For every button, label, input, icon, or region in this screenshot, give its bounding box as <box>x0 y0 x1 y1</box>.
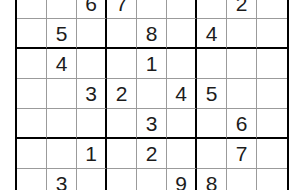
sudoku-cell-r6c3[interactable] <box>77 109 107 139</box>
sudoku-cell-r6c6[interactable] <box>167 109 197 139</box>
sudoku-cell-r4c8[interactable] <box>227 49 257 79</box>
sudoku-cell-r6c5[interactable]: 3 <box>137 109 167 139</box>
sudoku-cell-r2c9[interactable] <box>257 0 287 19</box>
sudoku-cell-r4c5[interactable]: 1 <box>137 49 167 79</box>
sudoku-cell-r7c8[interactable]: 7 <box>227 139 257 169</box>
sudoku-cell-r8c2[interactable]: 3 <box>47 169 77 190</box>
sudoku-cell-r3c5[interactable]: 8 <box>137 19 167 49</box>
sudoku-cell-r4c2[interactable]: 4 <box>47 49 77 79</box>
sudoku-cell-r3c9[interactable] <box>257 19 287 49</box>
sudoku-cell-r5c5[interactable] <box>137 79 167 109</box>
sudoku-cell-r7c2[interactable] <box>47 139 77 169</box>
sudoku-cell-r4c1[interactable] <box>17 49 47 79</box>
sudoku-cell-r5c3[interactable]: 3 <box>77 79 107 109</box>
sudoku-cell-r8c5[interactable] <box>137 169 167 190</box>
sudoku-cell-r2c5[interactable] <box>137 0 167 19</box>
sudoku-cell-r6c7[interactable] <box>197 109 227 139</box>
sudoku-cell-r8c6[interactable]: 9 <box>167 169 197 190</box>
sudoku-cell-r2c3[interactable]: 6 <box>77 0 107 19</box>
sudoku-board: 67258441324536127398 <box>15 0 289 190</box>
sudoku-cell-r2c2[interactable] <box>47 0 77 19</box>
sudoku-cell-r7c9[interactable] <box>257 139 287 169</box>
sudoku-cell-r4c4[interactable] <box>107 49 137 79</box>
sudoku-cell-r4c7[interactable] <box>197 49 227 79</box>
sudoku-cell-r3c2[interactable]: 5 <box>47 19 77 49</box>
sudoku-cell-r4c3[interactable] <box>77 49 107 79</box>
sudoku-cell-r4c6[interactable] <box>167 49 197 79</box>
sudoku-cell-r3c4[interactable] <box>107 19 137 49</box>
sudoku-cell-r3c8[interactable] <box>227 19 257 49</box>
sudoku-cell-r7c3[interactable]: 1 <box>77 139 107 169</box>
sudoku-cell-r5c8[interactable] <box>227 79 257 109</box>
sudoku-cell-r5c9[interactable] <box>257 79 287 109</box>
sudoku-cell-r5c7[interactable]: 5 <box>197 79 227 109</box>
sudoku-cell-r6c9[interactable] <box>257 109 287 139</box>
sudoku-cell-r3c6[interactable] <box>167 19 197 49</box>
sudoku-cell-r5c6[interactable]: 4 <box>167 79 197 109</box>
sudoku-cell-r2c6[interactable] <box>167 0 197 19</box>
sudoku-cell-r6c8[interactable]: 6 <box>227 109 257 139</box>
sudoku-screenshot: 67258441324536127398 <box>0 0 304 190</box>
sudoku-cell-r8c8[interactable] <box>227 169 257 190</box>
sudoku-cell-r6c4[interactable] <box>107 109 137 139</box>
sudoku-cell-r8c1[interactable] <box>17 169 47 190</box>
sudoku-cell-r7c1[interactable] <box>17 139 47 169</box>
sudoku-cell-r8c9[interactable] <box>257 169 287 190</box>
sudoku-cell-r2c7[interactable] <box>197 0 227 19</box>
sudoku-cell-r7c6[interactable] <box>167 139 197 169</box>
sudoku-cell-r3c3[interactable] <box>77 19 107 49</box>
sudoku-cell-r2c1[interactable] <box>17 0 47 19</box>
sudoku-cell-r2c4[interactable]: 7 <box>107 0 137 19</box>
sudoku-cell-r5c4[interactable]: 2 <box>107 79 137 109</box>
sudoku-cell-r8c7[interactable]: 8 <box>197 169 227 190</box>
sudoku-cell-r2c8[interactable]: 2 <box>227 0 257 19</box>
sudoku-cell-r5c2[interactable] <box>47 79 77 109</box>
sudoku-cell-r7c4[interactable] <box>107 139 137 169</box>
sudoku-cell-r8c4[interactable] <box>107 169 137 190</box>
sudoku-cell-r8c3[interactable] <box>77 169 107 190</box>
sudoku-cell-r7c5[interactable]: 2 <box>137 139 167 169</box>
sudoku-cell-r6c2[interactable] <box>47 109 77 139</box>
sudoku-cell-r3c1[interactable] <box>17 19 47 49</box>
sudoku-cell-r5c1[interactable] <box>17 79 47 109</box>
sudoku-cell-r6c1[interactable] <box>17 109 47 139</box>
sudoku-cell-r4c9[interactable] <box>257 49 287 79</box>
sudoku-cell-r3c7[interactable]: 4 <box>197 19 227 49</box>
sudoku-cell-r7c7[interactable] <box>197 139 227 169</box>
